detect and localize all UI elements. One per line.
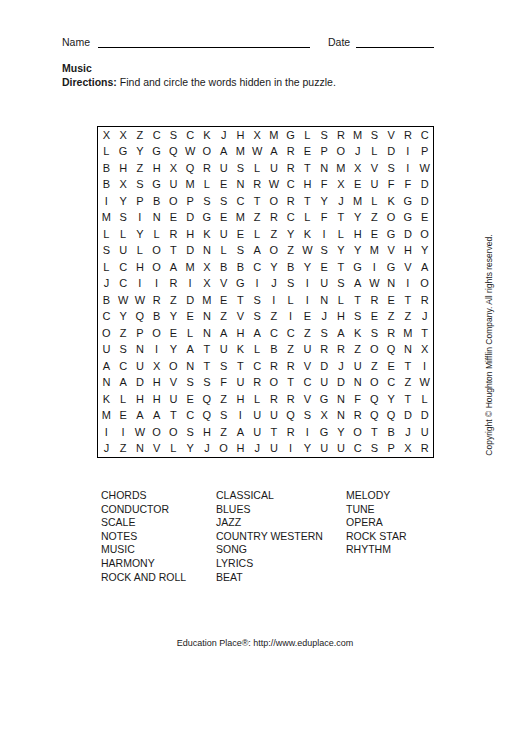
grid-cell-r7c12[interactable]: Y bbox=[282, 226, 299, 243]
grid-cell-r7c20[interactable]: O bbox=[416, 226, 433, 243]
grid-cell-r20c15[interactable]: U bbox=[333, 441, 350, 458]
grid-cell-r11c19[interactable]: T bbox=[400, 292, 417, 309]
grid-cell-r10c12[interactable]: S bbox=[282, 276, 299, 293]
grid-cell-r13c7[interactable]: N bbox=[199, 325, 216, 342]
grid-cell-r10c1[interactable]: J bbox=[98, 276, 115, 293]
grid-cell-r17c17[interactable]: Q bbox=[366, 391, 383, 408]
grid-cell-r11c13[interactable]: I bbox=[299, 292, 316, 309]
grid-cell-r16c15[interactable]: D bbox=[333, 375, 350, 392]
grid-cell-r15c4[interactable]: X bbox=[148, 358, 165, 375]
grid-cell-r9c19[interactable]: V bbox=[400, 259, 417, 276]
grid-cell-r15c12[interactable]: R bbox=[282, 358, 299, 375]
grid-cell-r17c8[interactable]: Z bbox=[215, 391, 232, 408]
grid-cell-r10c18[interactable]: N bbox=[383, 276, 400, 293]
grid-cell-r17c16[interactable]: F bbox=[349, 391, 366, 408]
grid-cell-r6c19[interactable]: G bbox=[400, 210, 417, 227]
grid-cell-r15c13[interactable]: V bbox=[299, 358, 316, 375]
grid-cell-r19c6[interactable]: S bbox=[182, 424, 199, 441]
grid-cell-r16c7[interactable]: S bbox=[199, 375, 216, 392]
grid-cell-r16c2[interactable]: A bbox=[115, 375, 132, 392]
grid-cell-r4c17[interactable]: U bbox=[366, 177, 383, 194]
grid-cell-r15c14[interactable]: D bbox=[316, 358, 333, 375]
grid-cell-r9c7[interactable]: X bbox=[199, 259, 216, 276]
grid-cell-r8c16[interactable]: Y bbox=[349, 243, 366, 260]
grid-cell-r2c15[interactable]: O bbox=[333, 144, 350, 161]
grid-cell-r9c6[interactable]: M bbox=[182, 259, 199, 276]
grid-cell-r6c10[interactable]: Z bbox=[249, 210, 266, 227]
grid-cell-r7c16[interactable]: H bbox=[349, 226, 366, 243]
grid-cell-r10c20[interactable]: O bbox=[416, 276, 433, 293]
grid-cell-r14c1[interactable]: U bbox=[98, 342, 115, 359]
grid-cell-r19c13[interactable]: I bbox=[299, 424, 316, 441]
grid-cell-r8c11[interactable]: O bbox=[266, 243, 283, 260]
grid-cell-r6c13[interactable]: L bbox=[299, 210, 316, 227]
grid-cell-r14c16[interactable]: Z bbox=[349, 342, 366, 359]
grid-cell-r4c6[interactable]: M bbox=[182, 177, 199, 194]
grid-cell-r17c10[interactable]: L bbox=[249, 391, 266, 408]
grid-cell-r20c4[interactable]: V bbox=[148, 441, 165, 458]
grid-cell-r20c18[interactable]: P bbox=[383, 441, 400, 458]
grid-cell-r20c6[interactable]: Y bbox=[182, 441, 199, 458]
grid-cell-r5c17[interactable]: L bbox=[366, 193, 383, 210]
grid-cell-r20c3[interactable]: N bbox=[132, 441, 149, 458]
grid-cell-r11c10[interactable]: S bbox=[249, 292, 266, 309]
grid-cell-r5c8[interactable]: S bbox=[215, 193, 232, 210]
grid-cell-r12c15[interactable]: H bbox=[333, 309, 350, 326]
grid-cell-r11c20[interactable]: R bbox=[416, 292, 433, 309]
grid-cell-r14c13[interactable]: U bbox=[299, 342, 316, 359]
grid-cell-r9c4[interactable]: O bbox=[148, 259, 165, 276]
grid-cell-r14c14[interactable]: R bbox=[316, 342, 333, 359]
grid-cell-r13c19[interactable]: M bbox=[400, 325, 417, 342]
grid-cell-r13c9[interactable]: H bbox=[232, 325, 249, 342]
grid-cell-r6c12[interactable]: C bbox=[282, 210, 299, 227]
grid-cell-r15c8[interactable]: S bbox=[215, 358, 232, 375]
grid-cell-r9c12[interactable]: B bbox=[282, 259, 299, 276]
grid-cell-r1c5[interactable]: S bbox=[165, 127, 182, 144]
grid-cell-r1c4[interactable]: C bbox=[148, 127, 165, 144]
grid-cell-r6c17[interactable]: Z bbox=[366, 210, 383, 227]
grid-cell-r20c12[interactable]: I bbox=[282, 441, 299, 458]
grid-cell-r19c9[interactable]: A bbox=[232, 424, 249, 441]
grid-cell-r10c15[interactable]: S bbox=[333, 276, 350, 293]
grid-cell-r19c12[interactable]: R bbox=[282, 424, 299, 441]
grid-cell-r15c11[interactable]: R bbox=[266, 358, 283, 375]
grid-cell-r12c20[interactable]: J bbox=[416, 309, 433, 326]
grid-cell-r7c13[interactable]: K bbox=[299, 226, 316, 243]
grid-cell-r18c19[interactable]: D bbox=[400, 408, 417, 425]
grid-cell-r10c2[interactable]: C bbox=[115, 276, 132, 293]
grid-cell-r10c8[interactable]: V bbox=[215, 276, 232, 293]
grid-cell-r9c14[interactable]: E bbox=[316, 259, 333, 276]
grid-cell-r11c17[interactable]: R bbox=[366, 292, 383, 309]
grid-cell-r4c19[interactable]: F bbox=[400, 177, 417, 194]
grid-cell-r11c16[interactable]: T bbox=[349, 292, 366, 309]
grid-cell-r16c20[interactable]: W bbox=[416, 375, 433, 392]
grid-cell-r12c17[interactable]: E bbox=[366, 309, 383, 326]
grid-cell-r2c17[interactable]: L bbox=[366, 144, 383, 161]
grid-cell-r16c18[interactable]: C bbox=[383, 375, 400, 392]
grid-cell-r19c19[interactable]: J bbox=[400, 424, 417, 441]
grid-cell-r8c8[interactable]: L bbox=[215, 243, 232, 260]
grid-cell-r18c17[interactable]: Q bbox=[366, 408, 383, 425]
grid-cell-r5c12[interactable]: R bbox=[282, 193, 299, 210]
grid-cell-r6c9[interactable]: M bbox=[232, 210, 249, 227]
date-blank-line[interactable] bbox=[356, 46, 434, 48]
footer-source-url[interactable]: Education Place®: http://www.eduplace.co… bbox=[0, 638, 530, 648]
grid-cell-r13c8[interactable]: A bbox=[215, 325, 232, 342]
grid-cell-r19c10[interactable]: U bbox=[249, 424, 266, 441]
grid-cell-r5c10[interactable]: T bbox=[249, 193, 266, 210]
grid-cell-r12c4[interactable]: B bbox=[148, 309, 165, 326]
grid-cell-r1c9[interactable]: H bbox=[232, 127, 249, 144]
grid-cell-r12c2[interactable]: Y bbox=[115, 309, 132, 326]
grid-cell-r6c4[interactable]: N bbox=[148, 210, 165, 227]
grid-cell-r7c2[interactable]: L bbox=[115, 226, 132, 243]
grid-cell-r14c12[interactable]: Z bbox=[282, 342, 299, 359]
grid-cell-r19c11[interactable]: T bbox=[266, 424, 283, 441]
grid-cell-r2c18[interactable]: D bbox=[383, 144, 400, 161]
grid-cell-r12c14[interactable]: J bbox=[316, 309, 333, 326]
grid-cell-r2c4[interactable]: G bbox=[148, 144, 165, 161]
grid-cell-r10c4[interactable]: I bbox=[148, 276, 165, 293]
grid-cell-r13c16[interactable]: K bbox=[349, 325, 366, 342]
grid-cell-r1c10[interactable]: X bbox=[249, 127, 266, 144]
grid-cell-r6c11[interactable]: R bbox=[266, 210, 283, 227]
grid-cell-r20c9[interactable]: H bbox=[232, 441, 249, 458]
grid-cell-r8c9[interactable]: S bbox=[232, 243, 249, 260]
grid-cell-r17c13[interactable]: V bbox=[299, 391, 316, 408]
grid-cell-r16c12[interactable]: T bbox=[282, 375, 299, 392]
grid-cell-r6c20[interactable]: E bbox=[416, 210, 433, 227]
grid-cell-r12c3[interactable]: Q bbox=[132, 309, 149, 326]
grid-cell-r10c16[interactable]: A bbox=[349, 276, 366, 293]
grid-cell-r3c16[interactable]: X bbox=[349, 160, 366, 177]
grid-cell-r4c13[interactable]: H bbox=[299, 177, 316, 194]
grid-cell-r10c14[interactable]: U bbox=[316, 276, 333, 293]
grid-cell-r12c16[interactable]: S bbox=[349, 309, 366, 326]
grid-cell-r17c11[interactable]: R bbox=[266, 391, 283, 408]
grid-cell-r12c19[interactable]: Z bbox=[400, 309, 417, 326]
grid-cell-r10c13[interactable]: I bbox=[299, 276, 316, 293]
grid-cell-r5c1[interactable]: I bbox=[98, 193, 115, 210]
grid-cell-r14c10[interactable]: L bbox=[249, 342, 266, 359]
grid-cell-r18c3[interactable]: A bbox=[132, 408, 149, 425]
grid-cell-r13c13[interactable]: Z bbox=[299, 325, 316, 342]
grid-cell-r19c7[interactable]: H bbox=[199, 424, 216, 441]
grid-cell-r5c9[interactable]: C bbox=[232, 193, 249, 210]
grid-cell-r2c6[interactable]: W bbox=[182, 144, 199, 161]
grid-cell-r1c8[interactable]: J bbox=[215, 127, 232, 144]
grid-cell-r5c2[interactable]: Y bbox=[115, 193, 132, 210]
grid-cell-r14c20[interactable]: X bbox=[416, 342, 433, 359]
grid-cell-r7c5[interactable]: R bbox=[165, 226, 182, 243]
grid-cell-r20c11[interactable]: U bbox=[266, 441, 283, 458]
grid-cell-r2c11[interactable]: A bbox=[266, 144, 283, 161]
grid-cell-r5c15[interactable]: J bbox=[333, 193, 350, 210]
grid-cell-r8c19[interactable]: H bbox=[400, 243, 417, 260]
grid-cell-r15c1[interactable]: A bbox=[98, 358, 115, 375]
grid-cell-r3c17[interactable]: V bbox=[366, 160, 383, 177]
grid-cell-r9c16[interactable]: G bbox=[349, 259, 366, 276]
grid-cell-r14c3[interactable]: N bbox=[132, 342, 149, 359]
grid-cell-r2c7[interactable]: O bbox=[199, 144, 216, 161]
grid-cell-r13c12[interactable]: C bbox=[282, 325, 299, 342]
grid-cell-r17c18[interactable]: Y bbox=[383, 391, 400, 408]
grid-cell-r12c8[interactable]: Z bbox=[215, 309, 232, 326]
grid-cell-r17c3[interactable]: H bbox=[132, 391, 149, 408]
grid-cell-r15c6[interactable]: N bbox=[182, 358, 199, 375]
grid-cell-r11c18[interactable]: E bbox=[383, 292, 400, 309]
grid-cell-r20c7[interactable]: J bbox=[199, 441, 216, 458]
grid-cell-r15c20[interactable]: I bbox=[416, 358, 433, 375]
grid-cell-r2c1[interactable]: L bbox=[98, 144, 115, 161]
grid-cell-r12c1[interactable]: C bbox=[98, 309, 115, 326]
grid-cell-r4c12[interactable]: C bbox=[282, 177, 299, 194]
grid-cell-r10c10[interactable]: I bbox=[249, 276, 266, 293]
grid-cell-r7c3[interactable]: Y bbox=[132, 226, 149, 243]
grid-cell-r7c17[interactable]: E bbox=[366, 226, 383, 243]
grid-cell-r8c20[interactable]: Y bbox=[416, 243, 433, 260]
grid-cell-r13c4[interactable]: O bbox=[148, 325, 165, 342]
grid-cell-r14c19[interactable]: N bbox=[400, 342, 417, 359]
grid-cell-r16c11[interactable]: O bbox=[266, 375, 283, 392]
grid-cell-r5c3[interactable]: P bbox=[132, 193, 149, 210]
grid-cell-r11c11[interactable]: I bbox=[266, 292, 283, 309]
grid-cell-r8c15[interactable]: Y bbox=[333, 243, 350, 260]
grid-cell-r18c8[interactable]: S bbox=[215, 408, 232, 425]
grid-cell-r4c20[interactable]: D bbox=[416, 177, 433, 194]
grid-cell-r7c10[interactable]: L bbox=[249, 226, 266, 243]
grid-cell-r5c7[interactable]: S bbox=[199, 193, 216, 210]
grid-cell-r11c6[interactable]: D bbox=[182, 292, 199, 309]
grid-cell-r1c19[interactable]: R bbox=[400, 127, 417, 144]
grid-cell-r16c8[interactable]: F bbox=[215, 375, 232, 392]
grid-cell-r20c13[interactable]: Y bbox=[299, 441, 316, 458]
grid-cell-r6c6[interactable]: D bbox=[182, 210, 199, 227]
grid-cell-r6c2[interactable]: S bbox=[115, 210, 132, 227]
grid-cell-r1c16[interactable]: M bbox=[349, 127, 366, 144]
grid-cell-r18c6[interactable]: C bbox=[182, 408, 199, 425]
grid-cell-r4c1[interactable]: B bbox=[98, 177, 115, 194]
grid-cell-r16c14[interactable]: U bbox=[316, 375, 333, 392]
grid-cell-r18c18[interactable]: Q bbox=[383, 408, 400, 425]
grid-cell-r3c8[interactable]: U bbox=[215, 160, 232, 177]
grid-cell-r14c8[interactable]: U bbox=[215, 342, 232, 359]
grid-cell-r18c1[interactable]: M bbox=[98, 408, 115, 425]
grid-cell-r14c11[interactable]: B bbox=[266, 342, 283, 359]
grid-cell-r16c4[interactable]: H bbox=[148, 375, 165, 392]
grid-cell-r3c18[interactable]: S bbox=[383, 160, 400, 177]
grid-cell-r18c7[interactable]: Q bbox=[199, 408, 216, 425]
grid-cell-r1c7[interactable]: K bbox=[199, 127, 216, 144]
grid-cell-r19c15[interactable]: Y bbox=[333, 424, 350, 441]
grid-cell-r19c16[interactable]: O bbox=[349, 424, 366, 441]
grid-cell-r19c8[interactable]: Z bbox=[215, 424, 232, 441]
grid-cell-r6c14[interactable]: F bbox=[316, 210, 333, 227]
grid-cell-r14c15[interactable]: R bbox=[333, 342, 350, 359]
grid-cell-r16c13[interactable]: C bbox=[299, 375, 316, 392]
grid-cell-r20c1[interactable]: J bbox=[98, 441, 115, 458]
grid-cell-r6c3[interactable]: I bbox=[132, 210, 149, 227]
grid-cell-r3c5[interactable]: X bbox=[165, 160, 182, 177]
grid-cell-r13c20[interactable]: T bbox=[416, 325, 433, 342]
grid-cell-r13c17[interactable]: S bbox=[366, 325, 383, 342]
grid-cell-r12c18[interactable]: Z bbox=[383, 309, 400, 326]
grid-cell-r2c10[interactable]: W bbox=[249, 144, 266, 161]
grid-cell-r8c17[interactable]: M bbox=[366, 243, 383, 260]
grid-cell-r10c11[interactable]: J bbox=[266, 276, 283, 293]
grid-cell-r17c14[interactable]: G bbox=[316, 391, 333, 408]
grid-cell-r17c4[interactable]: H bbox=[148, 391, 165, 408]
grid-cell-r9c20[interactable]: A bbox=[416, 259, 433, 276]
grid-cell-r6c1[interactable]: M bbox=[98, 210, 115, 227]
grid-cell-r4c3[interactable]: S bbox=[132, 177, 149, 194]
grid-cell-r5c11[interactable]: O bbox=[266, 193, 283, 210]
grid-cell-r20c19[interactable]: X bbox=[400, 441, 417, 458]
grid-cell-r6c8[interactable]: E bbox=[215, 210, 232, 227]
grid-cell-r7c1[interactable]: L bbox=[98, 226, 115, 243]
grid-cell-r6c5[interactable]: E bbox=[165, 210, 182, 227]
grid-cell-r8c18[interactable]: V bbox=[383, 243, 400, 260]
grid-cell-r16c6[interactable]: S bbox=[182, 375, 199, 392]
grid-cell-r15c2[interactable]: C bbox=[115, 358, 132, 375]
grid-cell-r13c11[interactable]: C bbox=[266, 325, 283, 342]
grid-cell-r9c15[interactable]: T bbox=[333, 259, 350, 276]
grid-cell-r4c16[interactable]: E bbox=[349, 177, 366, 194]
grid-cell-r19c1[interactable]: I bbox=[98, 424, 115, 441]
grid-cell-r14c18[interactable]: Q bbox=[383, 342, 400, 359]
grid-cell-r9c3[interactable]: H bbox=[132, 259, 149, 276]
grid-cell-r12c6[interactable]: E bbox=[182, 309, 199, 326]
grid-cell-r4c4[interactable]: G bbox=[148, 177, 165, 194]
grid-cell-r10c7[interactable]: X bbox=[199, 276, 216, 293]
grid-cell-r3c7[interactable]: R bbox=[199, 160, 216, 177]
grid-cell-r6c15[interactable]: T bbox=[333, 210, 350, 227]
grid-cell-r16c3[interactable]: D bbox=[132, 375, 149, 392]
grid-cell-r18c16[interactable]: R bbox=[349, 408, 366, 425]
grid-cell-r19c18[interactable]: B bbox=[383, 424, 400, 441]
grid-cell-r9c5[interactable]: A bbox=[165, 259, 182, 276]
grid-cell-r7c8[interactable]: U bbox=[215, 226, 232, 243]
grid-cell-r20c17[interactable]: S bbox=[366, 441, 383, 458]
grid-cell-r5c6[interactable]: P bbox=[182, 193, 199, 210]
grid-cell-r7c11[interactable]: Z bbox=[266, 226, 283, 243]
grid-cell-r17c5[interactable]: U bbox=[165, 391, 182, 408]
grid-cell-r20c5[interactable]: L bbox=[165, 441, 182, 458]
grid-cell-r8c12[interactable]: Z bbox=[282, 243, 299, 260]
grid-cell-r11c1[interactable]: B bbox=[98, 292, 115, 309]
grid-cell-r13c14[interactable]: S bbox=[316, 325, 333, 342]
grid-cell-r13c15[interactable]: A bbox=[333, 325, 350, 342]
grid-cell-r7c6[interactable]: H bbox=[182, 226, 199, 243]
grid-cell-r5c5[interactable]: O bbox=[165, 193, 182, 210]
grid-cell-r9c8[interactable]: B bbox=[215, 259, 232, 276]
grid-cell-r15c7[interactable]: T bbox=[199, 358, 216, 375]
grid-cell-r16c9[interactable]: U bbox=[232, 375, 249, 392]
grid-cell-r18c11[interactable]: U bbox=[266, 408, 283, 425]
grid-cell-r10c19[interactable]: I bbox=[400, 276, 417, 293]
grid-cell-r12c11[interactable]: Z bbox=[266, 309, 283, 326]
grid-cell-r19c5[interactable]: O bbox=[165, 424, 182, 441]
grid-cell-r17c1[interactable]: K bbox=[98, 391, 115, 408]
grid-cell-r2c3[interactable]: Y bbox=[132, 144, 149, 161]
grid-cell-r11c12[interactable]: L bbox=[282, 292, 299, 309]
grid-cell-r4c18[interactable]: F bbox=[383, 177, 400, 194]
grid-cell-r3c1[interactable]: B bbox=[98, 160, 115, 177]
grid-cell-r8c1[interactable]: S bbox=[98, 243, 115, 260]
grid-cell-r15c10[interactable]: C bbox=[249, 358, 266, 375]
grid-cell-r18c2[interactable]: E bbox=[115, 408, 132, 425]
grid-cell-r15c16[interactable]: U bbox=[349, 358, 366, 375]
grid-cell-r20c16[interactable]: C bbox=[349, 441, 366, 458]
grid-cell-r10c17[interactable]: W bbox=[366, 276, 383, 293]
grid-cell-r7c14[interactable]: I bbox=[316, 226, 333, 243]
grid-cell-r11c8[interactable]: E bbox=[215, 292, 232, 309]
grid-cell-r11c7[interactable]: M bbox=[199, 292, 216, 309]
grid-cell-r7c7[interactable]: K bbox=[199, 226, 216, 243]
grid-cell-r17c9[interactable]: H bbox=[232, 391, 249, 408]
grid-cell-r3c15[interactable]: M bbox=[333, 160, 350, 177]
grid-cell-r17c20[interactable]: L bbox=[416, 391, 433, 408]
grid-cell-r18c10[interactable]: U bbox=[249, 408, 266, 425]
grid-cell-r19c2[interactable]: I bbox=[115, 424, 132, 441]
grid-cell-r14c5[interactable]: Y bbox=[165, 342, 182, 359]
grid-cell-r3c11[interactable]: U bbox=[266, 160, 283, 177]
grid-cell-r15c15[interactable]: J bbox=[333, 358, 350, 375]
grid-cell-r2c5[interactable]: Q bbox=[165, 144, 182, 161]
grid-cell-r12c13[interactable]: E bbox=[299, 309, 316, 326]
grid-cell-r3c10[interactable]: L bbox=[249, 160, 266, 177]
grid-cell-r1c18[interactable]: V bbox=[383, 127, 400, 144]
grid-cell-r19c4[interactable]: O bbox=[148, 424, 165, 441]
grid-cell-r20c2[interactable]: Z bbox=[115, 441, 132, 458]
grid-cell-r16c17[interactable]: O bbox=[366, 375, 383, 392]
grid-cell-r3c20[interactable]: W bbox=[416, 160, 433, 177]
grid-cell-r16c16[interactable]: N bbox=[349, 375, 366, 392]
name-blank-line[interactable] bbox=[98, 46, 310, 48]
grid-cell-r2c13[interactable]: E bbox=[299, 144, 316, 161]
grid-cell-r8c4[interactable]: O bbox=[148, 243, 165, 260]
grid-cell-r17c15[interactable]: N bbox=[333, 391, 350, 408]
grid-cell-r20c10[interactable]: J bbox=[249, 441, 266, 458]
grid-cell-r12c10[interactable]: S bbox=[249, 309, 266, 326]
grid-cell-r3c14[interactable]: N bbox=[316, 160, 333, 177]
grid-cell-r13c3[interactable]: P bbox=[132, 325, 149, 342]
grid-cell-r6c7[interactable]: G bbox=[199, 210, 216, 227]
grid-cell-r10c5[interactable]: R bbox=[165, 276, 182, 293]
grid-cell-r14c4[interactable]: I bbox=[148, 342, 165, 359]
grid-cell-r9c17[interactable]: I bbox=[366, 259, 383, 276]
grid-cell-r3c19[interactable]: I bbox=[400, 160, 417, 177]
grid-cell-r1c14[interactable]: S bbox=[316, 127, 333, 144]
grid-cell-r13c6[interactable]: L bbox=[182, 325, 199, 342]
grid-cell-r1c20[interactable]: C bbox=[416, 127, 433, 144]
grid-cell-r9c11[interactable]: Y bbox=[266, 259, 283, 276]
grid-cell-r18c13[interactable]: S bbox=[299, 408, 316, 425]
grid-cell-r1c17[interactable]: S bbox=[366, 127, 383, 144]
grid-cell-r2c14[interactable]: P bbox=[316, 144, 333, 161]
grid-cell-r4c14[interactable]: F bbox=[316, 177, 333, 194]
grid-cell-r7c9[interactable]: E bbox=[232, 226, 249, 243]
grid-cell-r1c1[interactable]: X bbox=[98, 127, 115, 144]
grid-cell-r8c2[interactable]: U bbox=[115, 243, 132, 260]
grid-cell-r14c9[interactable]: K bbox=[232, 342, 249, 359]
grid-cell-r1c6[interactable]: C bbox=[182, 127, 199, 144]
grid-cell-r18c9[interactable]: I bbox=[232, 408, 249, 425]
grid-cell-r18c15[interactable]: N bbox=[333, 408, 350, 425]
grid-cell-r20c20[interactable]: R bbox=[416, 441, 433, 458]
